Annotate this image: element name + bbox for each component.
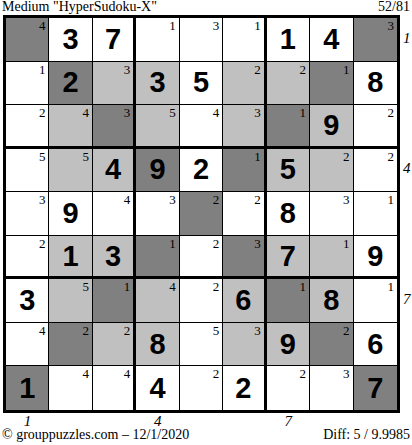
row-label-7: 7 xyxy=(403,291,411,308)
cell-r8c6[interactable]: 3 xyxy=(223,323,266,367)
cell-r2c3[interactable]: 3 xyxy=(93,62,136,106)
cell-r3c4[interactable]: 5 xyxy=(136,105,179,149)
corner-mark: 5 xyxy=(169,105,176,120)
cell-r6c6[interactable]: 3 xyxy=(223,236,266,280)
cell-r9c2[interactable]: 4 xyxy=(49,366,92,410)
cell-r9c7[interactable]: 2 xyxy=(267,366,310,410)
cell-r2c5[interactable]: 5 xyxy=(180,62,223,106)
cell-r2c4[interactable]: 3 xyxy=(136,62,179,106)
corner-mark: 3 xyxy=(343,192,350,207)
cell-r2c9[interactable]: 8 xyxy=(354,62,397,106)
cell-r9c6[interactable]: 2 xyxy=(223,366,266,410)
corner-mark: 3 xyxy=(124,62,131,77)
given-digit: 8 xyxy=(310,279,352,322)
corner-mark: 1 xyxy=(387,279,394,294)
cell-r8c7[interactable]: 9 xyxy=(267,323,310,367)
cell-r2c6[interactable]: 2 xyxy=(223,62,266,106)
cell-r3c1[interactable]: 2 xyxy=(6,105,49,149)
corner-mark: 1 xyxy=(300,279,307,294)
given-digit: 4 xyxy=(93,149,133,192)
cell-r1c6[interactable]: 1 xyxy=(223,18,266,62)
cell-r5c9[interactable]: 1 xyxy=(354,192,397,236)
corner-mark: 1 xyxy=(387,192,394,207)
corner-mark: 1 xyxy=(254,18,261,33)
cell-r6c8[interactable]: 1 xyxy=(310,236,353,280)
corner-mark: 1 xyxy=(343,62,350,77)
corner-mark: 3 xyxy=(254,323,261,338)
given-digit: 6 xyxy=(223,279,263,322)
corner-mark: 1 xyxy=(39,62,46,77)
given-digit: 1 xyxy=(267,18,309,61)
corner-mark: 3 xyxy=(169,192,176,207)
col-label-7: 7 xyxy=(284,413,292,430)
corner-mark: 2 xyxy=(300,366,307,381)
given-digit: 9 xyxy=(354,236,397,277)
corner-mark: 2 xyxy=(343,323,350,338)
corner-mark: 2 xyxy=(254,62,261,77)
header: Medium "HyperSudoku-X" 52/81 xyxy=(2,0,410,14)
cell-r6c1[interactable]: 2 xyxy=(6,236,49,280)
cell-r1c3[interactable]: 7 xyxy=(93,18,136,62)
corner-mark: 2 xyxy=(300,62,307,77)
cell-r9c1[interactable]: 1 xyxy=(6,366,49,410)
cell-r1c9[interactable]: 3 xyxy=(354,18,397,62)
page-title: Medium "HyperSudoku-X" xyxy=(2,0,157,14)
cell-r5c6[interactable]: 2 xyxy=(223,192,266,236)
cell-r1c1[interactable]: 4 xyxy=(6,18,49,62)
cell-r8c9[interactable]: 6 xyxy=(354,323,397,367)
cell-r7c7[interactable]: 1 xyxy=(267,279,310,323)
corner-mark: 1 xyxy=(169,18,176,33)
corner-mark: 5 xyxy=(82,279,89,294)
corner-mark: 1 xyxy=(343,236,350,251)
corner-mark: 2 xyxy=(82,323,89,338)
corner-mark: 4 xyxy=(39,18,46,33)
cell-r3c3[interactable]: 3 xyxy=(93,105,136,149)
cell-r1c7[interactable]: 1 xyxy=(267,18,310,62)
cell-r9c4[interactable]: 4 xyxy=(136,366,179,410)
col-label-1: 1 xyxy=(24,413,32,430)
corner-mark: 4 xyxy=(82,366,89,381)
footer: © grouppuzzles.com – 12/1/2020 Diff: 5 /… xyxy=(2,427,410,443)
cell-r3c8[interactable]: 9 xyxy=(310,105,353,149)
corner-mark: 2 xyxy=(387,105,394,120)
given-digit: 4 xyxy=(136,366,178,410)
cell-r8c3[interactable]: 2 xyxy=(93,323,136,367)
given-digit: 6 xyxy=(354,323,397,366)
cell-r4c5[interactable]: 2 xyxy=(180,149,223,193)
corner-mark: 5 xyxy=(213,323,220,338)
cell-r9c3[interactable]: 4 xyxy=(93,366,136,410)
cell-r9c5[interactable]: 2 xyxy=(180,366,223,410)
given-digit: 2 xyxy=(223,366,263,410)
given-digit: 9 xyxy=(49,192,91,235)
given-digit: 4 xyxy=(310,18,352,61)
row-label-1: 1 xyxy=(403,30,411,47)
given-digit: 3 xyxy=(136,62,178,105)
cell-r9c9[interactable]: 7 xyxy=(354,366,397,410)
given-digit: 9 xyxy=(136,149,178,192)
cell-r9c8[interactable]: 3 xyxy=(310,366,353,410)
corner-mark: 4 xyxy=(124,366,131,381)
cell-r1c8[interactable]: 4 xyxy=(310,18,353,62)
corner-mark: 5 xyxy=(82,149,89,164)
corner-mark: 3 xyxy=(254,236,261,251)
corner-mark: 5 xyxy=(39,149,46,164)
progress-counter: 52/81 xyxy=(378,0,410,14)
cell-r5c1[interactable]: 3 xyxy=(6,192,49,236)
cell-r5c8[interactable]: 3 xyxy=(310,192,353,236)
cell-r4c2[interactable]: 5 xyxy=(49,149,92,193)
corner-mark: 2 xyxy=(343,149,350,164)
corner-mark: 3 xyxy=(124,105,131,120)
cell-r7c6[interactable]: 6 xyxy=(223,279,266,323)
given-digit: 1 xyxy=(6,366,48,410)
corner-mark: 2 xyxy=(213,236,220,251)
puzzle-page: Medium "HyperSudoku-X" 52/81 43713114312… xyxy=(0,0,412,445)
given-digit: 8 xyxy=(136,323,178,366)
corner-mark: 1 xyxy=(254,149,261,164)
cell-r2c2[interactable]: 2 xyxy=(49,62,92,106)
cell-r1c4[interactable]: 1 xyxy=(136,18,179,62)
corner-mark: 2 xyxy=(124,323,131,338)
cell-r6c3[interactable]: 3 xyxy=(93,236,136,280)
cell-r7c2[interactable]: 5 xyxy=(49,279,92,323)
corner-mark: 2 xyxy=(213,192,220,207)
corner-mark: 2 xyxy=(254,192,261,207)
given-digit: 5 xyxy=(180,62,222,105)
cell-r4c7[interactable]: 5 xyxy=(267,149,310,193)
cell-r5c3[interactable]: 4 xyxy=(93,192,136,236)
cell-r4c4[interactable]: 9 xyxy=(136,149,179,193)
given-digit: 5 xyxy=(267,149,309,192)
corner-mark: 3 xyxy=(213,18,220,33)
cell-r3c2[interactable]: 4 xyxy=(49,105,92,149)
cell-r2c7[interactable]: 2 xyxy=(267,62,310,106)
given-digit: 2 xyxy=(180,149,222,192)
given-digit: 7 xyxy=(354,366,397,410)
cell-r5c5[interactable]: 2 xyxy=(180,192,223,236)
cell-r6c7[interactable]: 7 xyxy=(267,236,310,280)
corner-mark: 4 xyxy=(124,192,131,207)
corner-mark: 3 xyxy=(254,105,261,120)
corner-mark: 4 xyxy=(213,105,220,120)
corner-mark: 4 xyxy=(39,323,46,338)
cell-r3c5[interactable]: 4 xyxy=(180,105,223,149)
cell-r7c4[interactable]: 4 xyxy=(136,279,179,323)
corner-mark: 4 xyxy=(169,279,176,294)
given-digit: 8 xyxy=(267,192,309,235)
cell-r8c5[interactable]: 5 xyxy=(180,323,223,367)
cell-r5c2[interactable]: 9 xyxy=(49,192,92,236)
given-digit: 2 xyxy=(49,62,91,105)
corner-mark: 3 xyxy=(343,366,350,381)
corner-mark: 3 xyxy=(39,192,46,207)
cell-r3c6[interactable]: 3 xyxy=(223,105,266,149)
cell-r7c8[interactable]: 8 xyxy=(310,279,353,323)
cell-r2c8[interactable]: 1 xyxy=(310,62,353,106)
corner-mark: 2 xyxy=(213,366,220,381)
cell-r7c3[interactable]: 1 xyxy=(93,279,136,323)
given-digit: 8 xyxy=(354,62,397,105)
cell-r8c8[interactable]: 2 xyxy=(310,323,353,367)
sudoku-board: 4371311431233522182435431925549215223943… xyxy=(3,15,400,413)
corner-mark: 2 xyxy=(387,149,394,164)
cell-r8c4[interactable]: 8 xyxy=(136,323,179,367)
given-digit: 7 xyxy=(93,18,133,61)
cell-r3c9[interactable]: 2 xyxy=(354,105,397,149)
cell-r4c3[interactable]: 4 xyxy=(93,149,136,193)
cell-r1c5[interactable]: 3 xyxy=(180,18,223,62)
corner-mark: 2 xyxy=(39,236,46,251)
given-digit: 7 xyxy=(267,236,309,277)
cell-r3c7[interactable]: 1 xyxy=(267,105,310,149)
corner-mark: 1 xyxy=(300,105,307,120)
col-label-4: 4 xyxy=(154,413,162,430)
cell-r4c1[interactable]: 5 xyxy=(6,149,49,193)
cell-r6c5[interactable]: 2 xyxy=(180,236,223,280)
corner-mark: 3 xyxy=(387,18,394,33)
given-digit: 1 xyxy=(49,236,91,277)
cell-r6c9[interactable]: 9 xyxy=(354,236,397,280)
cell-r5c4[interactable]: 3 xyxy=(136,192,179,236)
cell-r8c1[interactable]: 4 xyxy=(6,323,49,367)
given-digit: 3 xyxy=(93,236,133,277)
given-digit: 3 xyxy=(6,279,48,322)
given-digit: 9 xyxy=(310,105,352,146)
given-digit: 9 xyxy=(267,323,309,366)
difficulty-text: Diff: 5 / 9.9985 xyxy=(323,427,410,443)
cell-r5c7[interactable]: 8 xyxy=(267,192,310,236)
corner-mark: 1 xyxy=(124,279,131,294)
corner-mark: 4 xyxy=(82,105,89,120)
cell-r4c8[interactable]: 2 xyxy=(310,149,353,193)
cell-r7c5[interactable]: 2 xyxy=(180,279,223,323)
given-digit: 3 xyxy=(49,18,91,61)
cell-r4c6[interactable]: 1 xyxy=(223,149,266,193)
cell-r4c9[interactable]: 2 xyxy=(354,149,397,193)
row-label-4: 4 xyxy=(403,160,411,177)
corner-mark: 2 xyxy=(213,279,220,294)
corner-mark: 1 xyxy=(169,236,176,251)
cell-r6c4[interactable]: 1 xyxy=(136,236,179,280)
cell-r2c1[interactable]: 1 xyxy=(6,62,49,106)
cell-r8c2[interactable]: 2 xyxy=(49,323,92,367)
corner-mark: 2 xyxy=(39,105,46,120)
cell-r1c2[interactable]: 3 xyxy=(49,18,92,62)
cell-r6c2[interactable]: 1 xyxy=(49,236,92,280)
cell-r7c9[interactable]: 1 xyxy=(354,279,397,323)
cell-r7c1[interactable]: 3 xyxy=(6,279,49,323)
